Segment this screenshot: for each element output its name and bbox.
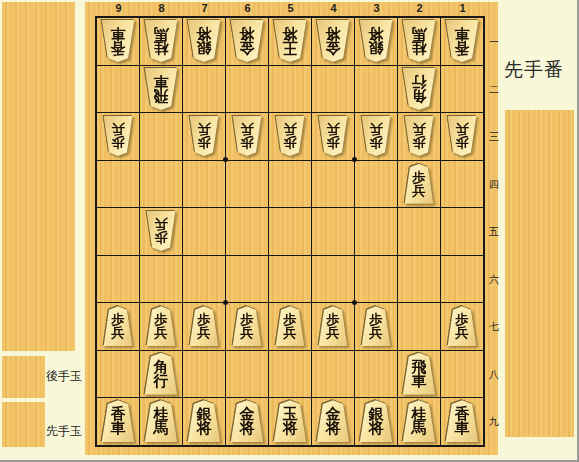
square-49[interactable]: 金将 — [312, 398, 354, 445]
gote-captured-pieces-stand — [2, 2, 75, 351]
square-53[interactable]: 歩兵 — [269, 113, 311, 160]
piece-sente-knight[interactable]: 桂馬 — [144, 400, 178, 442]
piece-gote-gold[interactable]: 金将 — [316, 20, 350, 62]
piece-sente-gold[interactable]: 金将 — [316, 400, 350, 442]
piece-gote-king[interactable]: 王将 — [273, 20, 307, 62]
square-67[interactable]: 歩兵 — [226, 303, 268, 350]
square-11[interactable]: 香車 — [441, 18, 483, 65]
square-37[interactable]: 歩兵 — [355, 303, 397, 350]
square-93[interactable]: 歩兵 — [97, 113, 139, 160]
piece-gote-lance[interactable]: 香車 — [101, 20, 135, 62]
square-36[interactable] — [355, 256, 397, 303]
square-56[interactable] — [269, 256, 311, 303]
piece-gote-gold[interactable]: 金将 — [230, 20, 264, 62]
square-89[interactable]: 桂馬 — [140, 398, 182, 445]
square-51[interactable]: 王将 — [269, 18, 311, 65]
square-74[interactable] — [183, 161, 225, 208]
square-41[interactable]: 金将 — [312, 18, 354, 65]
square-75[interactable] — [183, 208, 225, 255]
square-18[interactable] — [441, 351, 483, 398]
square-26[interactable] — [398, 256, 440, 303]
piece-sente-pawn[interactable]: 歩兵 — [103, 306, 133, 346]
piece-sente-pawn[interactable]: 歩兵 — [318, 306, 348, 346]
square-88[interactable]: 角行 — [140, 351, 182, 398]
piece-gote-pawn[interactable]: 歩兵 — [361, 116, 391, 156]
square-65[interactable] — [226, 208, 268, 255]
square-95[interactable] — [97, 208, 139, 255]
square-78[interactable] — [183, 351, 225, 398]
square-62[interactable] — [226, 66, 268, 113]
square-57[interactable]: 歩兵 — [269, 303, 311, 350]
piece-sente-bishop[interactable]: 角行 — [144, 353, 178, 395]
board-grid: 香車桂馬銀将金将王将金将銀将桂馬香車飛車角行歩兵歩兵歩兵歩兵歩兵歩兵歩兵歩兵歩兵… — [95, 16, 485, 447]
square-23[interactable]: 歩兵 — [398, 113, 440, 160]
rank-label-7: 七 — [488, 320, 500, 334]
rank-label-2: 二 — [488, 83, 500, 97]
file-label-2: 2 — [398, 2, 441, 15]
square-71[interactable]: 銀将 — [183, 18, 225, 65]
file-label-4: 4 — [312, 2, 355, 15]
rank-label-8: 八 — [488, 368, 500, 382]
square-31[interactable]: 銀将 — [355, 18, 397, 65]
star-point — [352, 157, 357, 162]
square-61[interactable]: 金将 — [226, 18, 268, 65]
square-13[interactable]: 歩兵 — [441, 113, 483, 160]
turn-indicator: 先手番 — [504, 57, 564, 83]
gote-king-strip — [2, 356, 45, 398]
square-66[interactable] — [226, 256, 268, 303]
piece-gote-knight[interactable]: 桂馬 — [144, 20, 178, 62]
piece-sente-pawn[interactable]: 歩兵 — [232, 306, 262, 346]
square-79[interactable]: 銀将 — [183, 398, 225, 445]
square-32[interactable] — [355, 66, 397, 113]
piece-gote-pawn[interactable]: 歩兵 — [232, 116, 262, 156]
square-29[interactable]: 桂馬 — [398, 398, 440, 445]
piece-gote-pawn[interactable]: 歩兵 — [275, 116, 305, 156]
sente-captured-pieces-stand — [505, 110, 574, 437]
square-69[interactable]: 金将 — [226, 398, 268, 445]
piece-gote-pawn[interactable]: 歩兵 — [447, 116, 477, 156]
square-73[interactable]: 歩兵 — [183, 113, 225, 160]
square-99[interactable]: 香車 — [97, 398, 139, 445]
rank-label-4: 四 — [488, 178, 500, 192]
star-point — [223, 157, 228, 162]
file-label-7: 7 — [183, 2, 226, 15]
piece-gote-silver[interactable]: 銀将 — [359, 20, 393, 62]
square-86[interactable] — [140, 256, 182, 303]
square-91[interactable]: 香車 — [97, 18, 139, 65]
rank-label-5: 五 — [488, 225, 500, 239]
file-label-6: 6 — [226, 2, 269, 15]
square-54[interactable] — [269, 161, 311, 208]
piece-sente-knight[interactable]: 桂馬 — [402, 400, 436, 442]
square-64[interactable] — [226, 161, 268, 208]
square-24[interactable]: 歩兵 — [398, 161, 440, 208]
square-39[interactable]: 銀将 — [355, 398, 397, 445]
square-46[interactable] — [312, 256, 354, 303]
square-47[interactable]: 歩兵 — [312, 303, 354, 350]
square-84[interactable] — [140, 161, 182, 208]
square-21[interactable]: 桂馬 — [398, 18, 440, 65]
file-label-1: 1 — [441, 2, 484, 15]
sente-king-label: 先手玉 — [46, 423, 84, 440]
square-28[interactable]: 飛車 — [398, 351, 440, 398]
rank-label-6: 六 — [488, 273, 500, 287]
square-59[interactable]: 玉将 — [269, 398, 311, 445]
square-34[interactable] — [355, 161, 397, 208]
piece-gote-pawn[interactable]: 歩兵 — [146, 211, 176, 251]
star-point — [223, 300, 228, 305]
square-83[interactable] — [140, 113, 182, 160]
piece-gote-pawn[interactable]: 歩兵 — [404, 116, 434, 156]
square-14[interactable] — [441, 161, 483, 208]
piece-gote-pawn[interactable]: 歩兵 — [189, 116, 219, 156]
file-label-3: 3 — [355, 2, 398, 15]
square-96[interactable] — [97, 256, 139, 303]
square-55[interactable] — [269, 208, 311, 255]
square-77[interactable]: 歩兵 — [183, 303, 225, 350]
piece-sente-pawn[interactable]: 歩兵 — [447, 306, 477, 346]
piece-sente-lance[interactable]: 香車 — [445, 400, 479, 442]
square-19[interactable]: 香車 — [441, 398, 483, 445]
star-point — [352, 300, 357, 305]
square-76[interactable] — [183, 256, 225, 303]
gote-king-label: 後手玉 — [46, 368, 84, 385]
piece-sente-gold[interactable]: 金将 — [230, 400, 264, 442]
shogi-app-window: 後手玉 先手玉 987654321 香車桂馬銀将金将王将金将銀将桂馬香車飛車角行… — [0, 0, 579, 462]
shogi-board: 987654321 香車桂馬銀将金将王将金将銀将桂馬香車飛車角行歩兵歩兵歩兵歩兵… — [85, 2, 498, 455]
piece-sente-lance[interactable]: 香車 — [101, 400, 135, 442]
square-25[interactable] — [398, 208, 440, 255]
square-22[interactable]: 角行 — [398, 66, 440, 113]
square-16[interactable] — [441, 256, 483, 303]
piece-sente-pawn[interactable]: 歩兵 — [189, 306, 219, 346]
piece-gote-rook[interactable]: 飛車 — [144, 68, 178, 110]
piece-sente-rook[interactable]: 飛車 — [402, 353, 436, 395]
square-38[interactable] — [355, 351, 397, 398]
rank-label-1: 一 — [488, 35, 500, 49]
file-label-5: 5 — [269, 2, 312, 15]
piece-gote-silver[interactable]: 銀将 — [187, 20, 221, 62]
piece-sente-pawn[interactable]: 歩兵 — [275, 306, 305, 346]
square-42[interactable] — [312, 66, 354, 113]
square-82[interactable]: 飛車 — [140, 66, 182, 113]
square-35[interactable] — [355, 208, 397, 255]
piece-sente-pawn[interactable]: 歩兵 — [404, 164, 434, 204]
square-72[interactable] — [183, 66, 225, 113]
sente-king-strip — [2, 402, 45, 447]
square-97[interactable]: 歩兵 — [97, 303, 139, 350]
square-43[interactable]: 歩兵 — [312, 113, 354, 160]
square-92[interactable] — [97, 66, 139, 113]
piece-gote-pawn[interactable]: 歩兵 — [318, 116, 348, 156]
square-45[interactable] — [312, 208, 354, 255]
piece-sente-pawn[interactable]: 歩兵 — [361, 306, 391, 346]
file-labels: 987654321 — [97, 2, 484, 15]
piece-gote-lance[interactable]: 香車 — [445, 20, 479, 62]
square-12[interactable] — [441, 66, 483, 113]
rank-label-3: 三 — [488, 130, 500, 144]
square-48[interactable] — [312, 351, 354, 398]
piece-sente-silver[interactable]: 銀将 — [359, 400, 393, 442]
piece-sente-king[interactable]: 玉将 — [273, 400, 307, 442]
file-label-8: 8 — [140, 2, 183, 15]
piece-sente-silver[interactable]: 銀将 — [187, 400, 221, 442]
square-33[interactable]: 歩兵 — [355, 113, 397, 160]
square-85[interactable]: 歩兵 — [140, 208, 182, 255]
piece-gote-knight[interactable]: 桂馬 — [402, 20, 436, 62]
square-52[interactable] — [269, 66, 311, 113]
piece-gote-pawn[interactable]: 歩兵 — [103, 116, 133, 156]
square-68[interactable] — [226, 351, 268, 398]
rank-label-9: 九 — [488, 415, 500, 429]
square-58[interactable] — [269, 351, 311, 398]
piece-gote-bishop[interactable]: 角行 — [402, 68, 436, 110]
piece-sente-pawn[interactable]: 歩兵 — [146, 306, 176, 346]
square-81[interactable]: 桂馬 — [140, 18, 182, 65]
square-44[interactable] — [312, 161, 354, 208]
square-63[interactable]: 歩兵 — [226, 113, 268, 160]
square-94[interactable] — [97, 161, 139, 208]
file-label-9: 9 — [97, 2, 140, 15]
square-98[interactable] — [97, 351, 139, 398]
square-27[interactable] — [398, 303, 440, 350]
square-15[interactable] — [441, 208, 483, 255]
square-87[interactable]: 歩兵 — [140, 303, 182, 350]
square-17[interactable]: 歩兵 — [441, 303, 483, 350]
